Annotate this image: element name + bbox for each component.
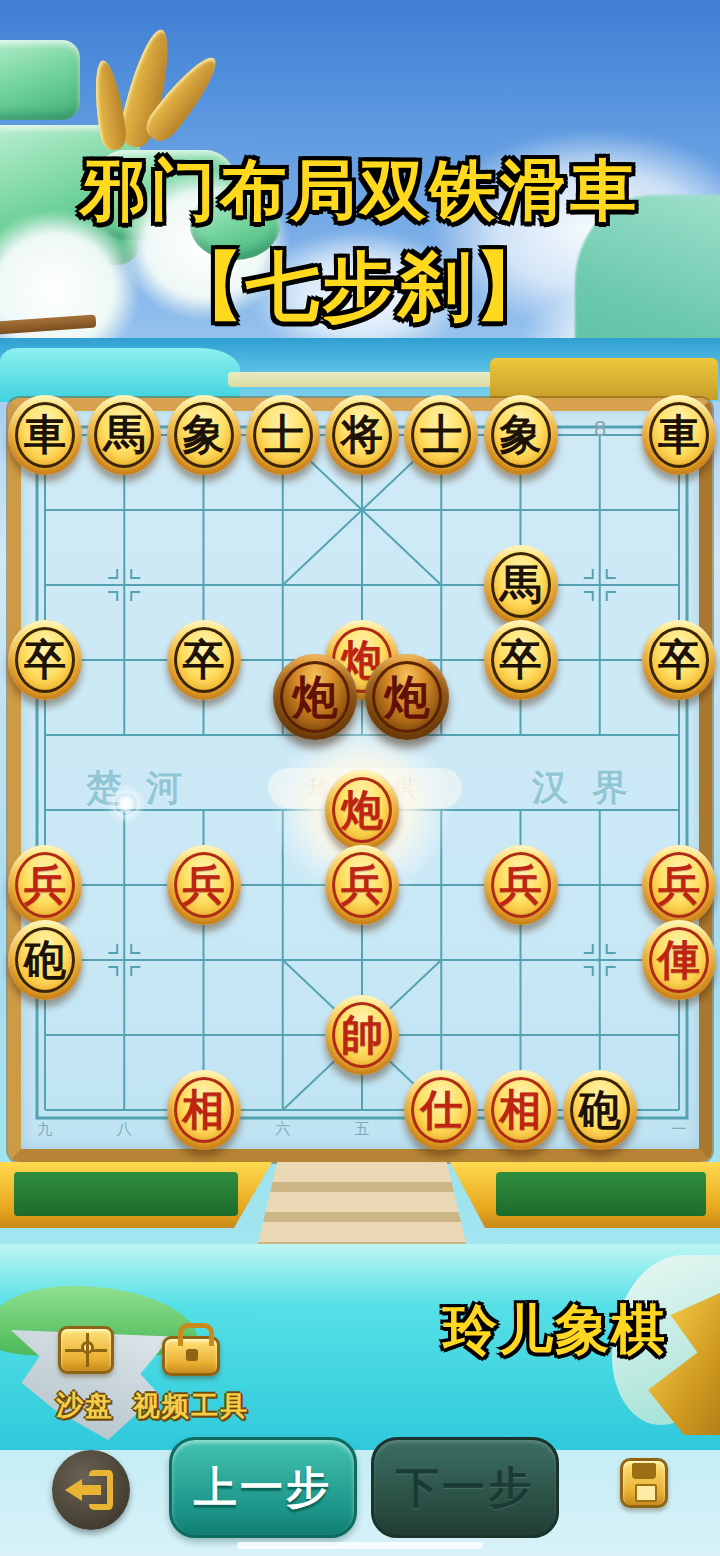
file-label-9: 九 bbox=[25, 1120, 65, 1139]
shore-water bbox=[0, 348, 240, 402]
piece-相-c9[interactable]: 相 bbox=[167, 1070, 241, 1150]
piece-character: 卒 bbox=[500, 639, 542, 681]
river-label-right: 汉界 bbox=[532, 764, 652, 813]
piece-帥-e8[interactable]: 帥 bbox=[325, 995, 399, 1075]
sandbox-label[interactable]: 沙盘 bbox=[56, 1388, 114, 1424]
file-label-5: 五 bbox=[342, 1120, 382, 1139]
piece-character: 卒 bbox=[183, 639, 225, 681]
piece-character: 帥 bbox=[341, 1014, 383, 1056]
piece-兵-a6[interactable]: 兵 bbox=[8, 845, 82, 925]
piece-character: 砲 bbox=[24, 939, 66, 981]
piece-馬-b0[interactable]: 馬 bbox=[87, 395, 161, 475]
prev-step-button[interactable]: 上一步 bbox=[169, 1437, 357, 1538]
file-label-8: 八 bbox=[104, 1120, 144, 1139]
piece-character: 士 bbox=[262, 414, 304, 456]
piece-士-f0[interactable]: 士 bbox=[404, 395, 478, 475]
file-label-1: 一 bbox=[659, 1120, 699, 1139]
save-icon[interactable] bbox=[620, 1458, 668, 1508]
gold-dock bbox=[490, 358, 718, 400]
stone-steps bbox=[256, 1162, 468, 1252]
piece-character: 俥 bbox=[658, 939, 700, 981]
piece-車-a0[interactable]: 車 bbox=[8, 395, 82, 475]
file-hint-number: 8 bbox=[586, 416, 614, 442]
piece-character: 卒 bbox=[24, 639, 66, 681]
piece-character: 象 bbox=[183, 414, 225, 456]
sandbox-icon[interactable] bbox=[58, 1326, 114, 1374]
piece-character: 炮 bbox=[384, 674, 430, 720]
dragon-body-segment bbox=[0, 40, 80, 120]
piece-車-i0[interactable]: 車 bbox=[642, 395, 716, 475]
piece-兵-e6[interactable]: 兵 bbox=[325, 845, 399, 925]
piece-character: 車 bbox=[24, 414, 66, 456]
piece-character: 兵 bbox=[658, 864, 700, 906]
home-indicator[interactable] bbox=[237, 1542, 483, 1549]
piece-馬-g2[interactable]: 馬 bbox=[484, 545, 558, 625]
piece-character: 卒 bbox=[658, 639, 700, 681]
pier-strip bbox=[228, 372, 506, 387]
page-subtitle: 【七步刹】 bbox=[0, 238, 720, 338]
piece-character: 将 bbox=[341, 414, 383, 456]
ghost-piece-炮: 炮 bbox=[273, 654, 357, 740]
piece-character: 相 bbox=[500, 1089, 542, 1131]
piece-character: 兵 bbox=[500, 864, 542, 906]
piece-卒-g3[interactable]: 卒 bbox=[484, 620, 558, 700]
piece-character: 馬 bbox=[103, 414, 145, 456]
gold-slab-right bbox=[450, 1162, 720, 1228]
piece-象-g0[interactable]: 象 bbox=[484, 395, 558, 475]
piece-兵-g6[interactable]: 兵 bbox=[484, 845, 558, 925]
piece-卒-c3[interactable]: 卒 bbox=[167, 620, 241, 700]
ghost-piece-炮: 炮 bbox=[365, 654, 449, 740]
back-button[interactable] bbox=[52, 1450, 130, 1530]
sandbox-icon-dot bbox=[81, 1341, 94, 1354]
page-title: 邪门布局双铁滑車 bbox=[0, 146, 720, 236]
piece-character: 砲 bbox=[579, 1089, 621, 1131]
piece-兵-i6[interactable]: 兵 bbox=[642, 845, 716, 925]
video-tools-label[interactable]: 视频工具 bbox=[133, 1388, 249, 1424]
green-panel bbox=[496, 1172, 706, 1216]
piece-character: 相 bbox=[183, 1089, 225, 1131]
file-label-6: 六 bbox=[263, 1120, 303, 1139]
river-label-left: 楚河 bbox=[86, 764, 206, 813]
gold-slab-left bbox=[0, 1162, 272, 1228]
piece-将-e0[interactable]: 将 bbox=[325, 395, 399, 475]
video-tools-icon[interactable] bbox=[162, 1336, 220, 1376]
piece-象-c0[interactable]: 象 bbox=[167, 395, 241, 475]
piece-character: 車 bbox=[658, 414, 700, 456]
piece-仕-f9[interactable]: 仕 bbox=[404, 1070, 478, 1150]
piece-character: 兵 bbox=[341, 864, 383, 906]
piece-士-d0[interactable]: 士 bbox=[246, 395, 320, 475]
piece-卒-a3[interactable]: 卒 bbox=[8, 620, 82, 700]
piece-炮-e5[interactable]: 炮 bbox=[325, 770, 399, 850]
piece-character: 炮 bbox=[341, 789, 383, 831]
brand-text: 玲儿象棋 bbox=[420, 1294, 690, 1367]
piece-character: 仕 bbox=[420, 1089, 462, 1131]
piece-卒-i3[interactable]: 卒 bbox=[642, 620, 716, 700]
piece-character: 士 bbox=[420, 414, 462, 456]
piece-兵-c6[interactable]: 兵 bbox=[167, 845, 241, 925]
piece-砲-h9[interactable]: 砲 bbox=[563, 1070, 637, 1150]
sparkle-effect bbox=[115, 793, 137, 815]
piece-character: 兵 bbox=[183, 864, 225, 906]
next-step-button[interactable]: 下一步 bbox=[371, 1437, 559, 1538]
piece-相-g9[interactable]: 相 bbox=[484, 1070, 558, 1150]
piece-character: 兵 bbox=[24, 864, 66, 906]
piece-砲-a7[interactable]: 砲 bbox=[8, 920, 82, 1000]
piece-character: 炮 bbox=[292, 674, 338, 720]
piece-俥-i7[interactable]: 俥 bbox=[642, 920, 716, 1000]
piece-character: 馬 bbox=[500, 564, 542, 606]
piece-character: 象 bbox=[500, 414, 542, 456]
xiangqi-board[interactable]: 楚河 汉界 8 玲儿象棋 九八七六五四三二一車馬象士将士象車馬卒卒炮卒卒炮兵兵兵… bbox=[8, 398, 712, 1162]
green-panel bbox=[14, 1172, 238, 1216]
